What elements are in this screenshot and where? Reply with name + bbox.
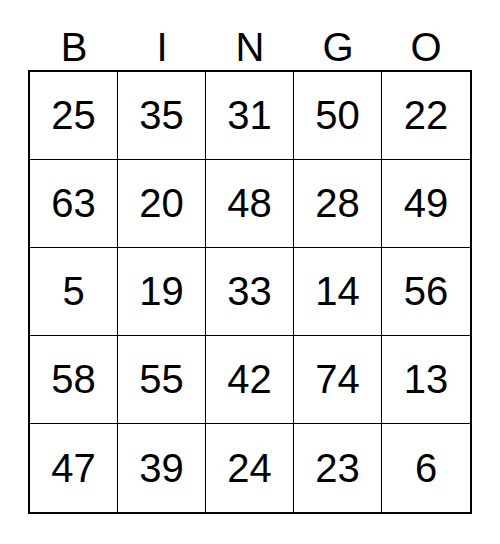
bingo-cell-r3c1[interactable]: 5	[30, 248, 118, 336]
bingo-header-row: BINGO	[30, 0, 472, 70]
bingo-cell-r1c2[interactable]: 35	[118, 72, 206, 160]
bingo-card: BINGO 2535315022632048284951933145658554…	[28, 0, 472, 514]
bingo-cell-r2c5[interactable]: 49	[382, 160, 470, 248]
bingo-cell-r5c5[interactable]: 6	[382, 424, 470, 512]
bingo-cell-r4c2[interactable]: 55	[118, 336, 206, 424]
bingo-cell-r4c4[interactable]: 74	[294, 336, 382, 424]
bingo-cell-r5c2[interactable]: 39	[118, 424, 206, 512]
column-letter-i: I	[118, 0, 206, 70]
bingo-grid: 2535315022632048284951933145658554274134…	[28, 70, 472, 514]
column-letter-b: B	[30, 0, 118, 70]
bingo-cell-r1c3[interactable]: 31	[206, 72, 294, 160]
bingo-cell-r1c1[interactable]: 25	[30, 72, 118, 160]
bingo-cell-r2c1[interactable]: 63	[30, 160, 118, 248]
bingo-cell-r3c4[interactable]: 14	[294, 248, 382, 336]
bingo-cell-r4c5[interactable]: 13	[382, 336, 470, 424]
bingo-cell-r1c5[interactable]: 22	[382, 72, 470, 160]
bingo-cell-r3c3[interactable]: 33	[206, 248, 294, 336]
bingo-cell-r2c2[interactable]: 20	[118, 160, 206, 248]
bingo-cell-r2c4[interactable]: 28	[294, 160, 382, 248]
bingo-cell-r5c1[interactable]: 47	[30, 424, 118, 512]
column-letter-o: O	[382, 0, 470, 70]
bingo-cell-r4c1[interactable]: 58	[30, 336, 118, 424]
bingo-cell-r2c3[interactable]: 48	[206, 160, 294, 248]
bingo-cell-r3c5[interactable]: 56	[382, 248, 470, 336]
bingo-cell-r3c2[interactable]: 19	[118, 248, 206, 336]
bingo-cell-r5c4[interactable]: 23	[294, 424, 382, 512]
bingo-cell-r1c4[interactable]: 50	[294, 72, 382, 160]
bingo-cell-r5c3[interactable]: 24	[206, 424, 294, 512]
column-letter-n: N	[206, 0, 294, 70]
bingo-cell-r4c3[interactable]: 42	[206, 336, 294, 424]
column-letter-g: G	[294, 0, 382, 70]
